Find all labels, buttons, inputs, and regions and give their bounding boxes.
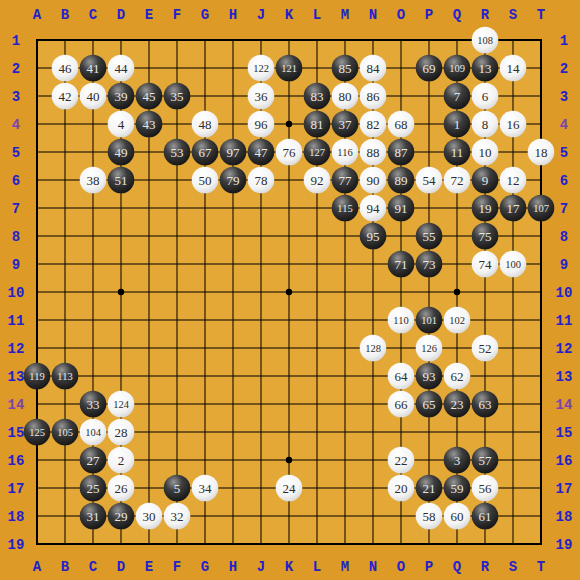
column-label-bottom-F: F <box>173 559 181 575</box>
row-label-right-4: 4 <box>560 117 568 133</box>
stone-P12[interactable]: 126 <box>416 335 443 362</box>
row-label-left-9: 9 <box>12 257 20 273</box>
row-label-right-5: 5 <box>560 145 568 161</box>
move-number: 58 <box>423 509 436 524</box>
stone-Q14[interactable]: 23 <box>444 391 471 418</box>
stone-R12[interactable]: 52 <box>472 335 499 362</box>
stone-G6[interactable]: 50 <box>192 167 219 194</box>
stone-M7[interactable]: 115 <box>332 195 359 222</box>
stone-P13[interactable]: 93 <box>416 363 443 390</box>
move-number: 95 <box>367 229 380 244</box>
move-number: 71 <box>395 257 408 272</box>
stone-K2[interactable]: 121 <box>276 55 303 82</box>
column-label-bottom-T: T <box>537 559 545 575</box>
move-number: 104 <box>85 427 102 438</box>
move-number: 8 <box>482 117 489 132</box>
stone-O5[interactable]: 87 <box>388 139 415 166</box>
column-label-top-G: G <box>201 7 209 23</box>
stone-M6[interactable]: 77 <box>332 167 359 194</box>
move-number: 35 <box>171 89 184 104</box>
stone-L3[interactable]: 83 <box>304 83 331 110</box>
move-number: 55 <box>423 229 436 244</box>
move-number: 89 <box>395 173 408 188</box>
row-label-right-9: 9 <box>560 257 568 273</box>
stone-P18[interactable]: 58 <box>416 503 443 530</box>
move-number: 29 <box>115 509 128 524</box>
move-number: 125 <box>29 427 45 438</box>
stone-S6[interactable]: 12 <box>500 167 527 194</box>
move-number: 127 <box>309 147 325 158</box>
stone-R16[interactable]: 57 <box>472 447 499 474</box>
stone-O7[interactable]: 91 <box>388 195 415 222</box>
stone-J5[interactable]: 47 <box>248 139 275 166</box>
stone-C2[interactable]: 41 <box>80 55 107 82</box>
stone-O13[interactable]: 64 <box>388 363 415 390</box>
move-number: 88 <box>367 145 380 160</box>
stone-N2[interactable]: 84 <box>360 55 387 82</box>
move-number: 92 <box>311 173 324 188</box>
stone-F3[interactable]: 35 <box>164 83 191 110</box>
stone-C16[interactable]: 27 <box>80 447 107 474</box>
stone-M2[interactable]: 85 <box>332 55 359 82</box>
move-number: 81 <box>311 117 324 132</box>
stone-N6[interactable]: 90 <box>360 167 387 194</box>
stone-D15[interactable]: 28 <box>108 419 135 446</box>
move-number: 122 <box>253 63 269 74</box>
column-label-bottom-R: R <box>481 559 490 575</box>
stone-P6[interactable]: 54 <box>416 167 443 194</box>
stone-M3[interactable]: 80 <box>332 83 359 110</box>
stone-O9[interactable]: 71 <box>388 251 415 278</box>
row-label-right-13: 13 <box>556 369 573 385</box>
column-label-top-B: B <box>61 7 70 23</box>
stone-O11[interactable]: 110 <box>388 307 415 334</box>
move-number: 121 <box>281 63 297 74</box>
stone-D17[interactable]: 26 <box>108 475 135 502</box>
stone-Q3[interactable]: 7 <box>444 83 471 110</box>
column-label-bottom-G: G <box>201 559 209 575</box>
row-label-right-15: 15 <box>556 425 573 441</box>
row-label-left-11: 11 <box>8 313 25 329</box>
move-number: 27 <box>87 453 101 468</box>
column-label-top-F: F <box>173 7 181 23</box>
stone-T5[interactable]: 18 <box>528 139 555 166</box>
row-label-right-17: 17 <box>556 481 573 497</box>
stone-D3[interactable]: 39 <box>108 83 135 110</box>
stone-R9[interactable]: 74 <box>472 251 499 278</box>
move-number: 102 <box>449 315 465 326</box>
stone-O4[interactable]: 68 <box>388 111 415 138</box>
move-number: 61 <box>479 509 492 524</box>
row-label-right-16: 16 <box>556 453 573 469</box>
stone-M5[interactable]: 116 <box>332 139 359 166</box>
move-number: 109 <box>449 63 465 74</box>
column-label-top-L: L <box>313 7 321 23</box>
row-label-left-10: 10 <box>8 285 25 301</box>
move-number: 38 <box>87 173 100 188</box>
stone-R3[interactable]: 6 <box>472 83 499 110</box>
stone-R14[interactable]: 63 <box>472 391 499 418</box>
stone-O16[interactable]: 22 <box>388 447 415 474</box>
stone-C17[interactable]: 25 <box>80 475 107 502</box>
move-number: 14 <box>507 61 521 76</box>
move-number: 76 <box>283 145 297 160</box>
stone-G5[interactable]: 67 <box>192 139 219 166</box>
stone-O17[interactable]: 20 <box>388 475 415 502</box>
stone-B13[interactable]: 113 <box>52 363 79 390</box>
column-label-top-H: H <box>229 7 237 23</box>
move-number: 24 <box>283 481 297 496</box>
stone-Q11[interactable]: 102 <box>444 307 471 334</box>
row-label-right-19: 19 <box>556 537 573 553</box>
stone-R1[interactable]: 108 <box>472 27 499 54</box>
star-point-K4 <box>286 121 292 127</box>
move-number: 72 <box>451 173 464 188</box>
move-number: 77 <box>339 173 353 188</box>
stone-Q6[interactable]: 72 <box>444 167 471 194</box>
stone-S4[interactable]: 16 <box>500 111 527 138</box>
stone-Q5[interactable]: 11 <box>444 139 471 166</box>
move-number: 3 <box>454 453 461 468</box>
stone-B15[interactable]: 105 <box>52 419 79 446</box>
move-number: 45 <box>143 89 156 104</box>
stone-P9[interactable]: 73 <box>416 251 443 278</box>
move-number: 85 <box>339 61 352 76</box>
move-number: 47 <box>255 145 269 160</box>
move-number: 34 <box>199 481 213 496</box>
stone-Q4[interactable]: 1 <box>444 111 471 138</box>
stone-M4[interactable]: 37 <box>332 111 359 138</box>
row-label-left-3: 3 <box>12 89 20 105</box>
move-number: 124 <box>113 399 130 410</box>
column-label-bottom-K: K <box>285 559 294 575</box>
stone-N8[interactable]: 95 <box>360 223 387 250</box>
column-label-top-S: S <box>509 7 517 23</box>
move-number: 74 <box>479 257 493 272</box>
stone-P17[interactable]: 21 <box>416 475 443 502</box>
move-number: 33 <box>87 397 100 412</box>
move-number: 42 <box>59 89 72 104</box>
move-number: 93 <box>423 369 436 384</box>
column-label-bottom-C: C <box>89 559 98 575</box>
stone-D18[interactable]: 29 <box>108 503 135 530</box>
stone-H5[interactable]: 97 <box>220 139 247 166</box>
stone-Q18[interactable]: 60 <box>444 503 471 530</box>
stone-E4[interactable]: 43 <box>136 111 163 138</box>
row-label-left-7: 7 <box>12 201 20 217</box>
move-number: 1 <box>454 117 461 132</box>
move-number: 51 <box>115 173 128 188</box>
column-label-top-N: N <box>369 7 377 23</box>
stone-S7[interactable]: 17 <box>500 195 527 222</box>
stone-A15[interactable]: 125 <box>24 419 51 446</box>
move-number: 16 <box>507 117 521 132</box>
move-number: 75 <box>479 229 492 244</box>
move-number: 44 <box>115 61 129 76</box>
stone-D6[interactable]: 51 <box>108 167 135 194</box>
stone-O14[interactable]: 66 <box>388 391 415 418</box>
move-number: 26 <box>115 481 129 496</box>
move-number: 36 <box>255 89 269 104</box>
move-number: 10 <box>479 145 492 160</box>
column-label-top-Q: Q <box>453 7 461 23</box>
move-number: 80 <box>339 89 352 104</box>
move-number: 11 <box>451 145 464 160</box>
stone-C3[interactable]: 40 <box>80 83 107 110</box>
move-number: 79 <box>227 173 240 188</box>
stone-Q13[interactable]: 62 <box>444 363 471 390</box>
column-label-bottom-B: B <box>61 559 70 575</box>
stone-N12[interactable]: 128 <box>360 335 387 362</box>
move-number: 90 <box>367 173 380 188</box>
stone-D4[interactable]: 4 <box>108 111 135 138</box>
move-number: 43 <box>143 117 156 132</box>
move-number: 83 <box>311 89 324 104</box>
move-number: 2 <box>118 453 125 468</box>
move-number: 69 <box>423 61 436 76</box>
row-label-right-14: 14 <box>556 397 573 413</box>
move-number: 28 <box>115 425 128 440</box>
row-label-right-3: 3 <box>560 89 568 105</box>
move-number: 32 <box>171 509 184 524</box>
stone-P11[interactable]: 101 <box>416 307 443 334</box>
stone-J2[interactable]: 122 <box>248 55 275 82</box>
stone-S2[interactable]: 14 <box>500 55 527 82</box>
star-point-D10 <box>118 289 124 295</box>
stone-L4[interactable]: 81 <box>304 111 331 138</box>
column-label-bottom-Q: Q <box>453 559 461 575</box>
move-number: 4 <box>118 117 125 132</box>
stone-D14[interactable]: 124 <box>108 391 135 418</box>
stone-R18[interactable]: 61 <box>472 503 499 530</box>
stone-N5[interactable]: 88 <box>360 139 387 166</box>
stone-F18[interactable]: 32 <box>164 503 191 530</box>
column-label-bottom-H: H <box>229 559 237 575</box>
column-label-top-R: R <box>481 7 490 23</box>
stone-J6[interactable]: 78 <box>248 167 275 194</box>
row-label-right-10: 10 <box>556 285 573 301</box>
move-number: 59 <box>451 481 464 496</box>
stone-A13[interactable]: 119 <box>24 363 51 390</box>
stone-R7[interactable]: 19 <box>472 195 499 222</box>
column-label-top-D: D <box>117 7 125 23</box>
column-label-bottom-E: E <box>145 559 153 575</box>
move-number: 105 <box>57 427 73 438</box>
column-label-top-M: M <box>341 7 349 23</box>
stone-H6[interactable]: 79 <box>220 167 247 194</box>
row-label-left-16: 16 <box>8 453 25 469</box>
column-label-bottom-S: S <box>509 559 517 575</box>
stone-K5[interactable]: 76 <box>276 139 303 166</box>
move-number: 116 <box>337 147 352 158</box>
stone-N7[interactable]: 94 <box>360 195 387 222</box>
move-number: 50 <box>199 173 212 188</box>
row-label-right-6: 6 <box>560 173 568 189</box>
row-label-right-18: 18 <box>556 509 573 525</box>
move-number: 73 <box>423 257 436 272</box>
row-label-left-17: 17 <box>8 481 25 497</box>
move-number: 57 <box>479 453 493 468</box>
stone-J4[interactable]: 96 <box>248 111 275 138</box>
move-number: 126 <box>421 343 437 354</box>
stone-S9[interactable]: 100 <box>500 251 527 278</box>
move-number: 66 <box>395 397 409 412</box>
move-number: 52 <box>479 341 492 356</box>
stone-C15[interactable]: 104 <box>80 419 107 446</box>
move-number: 96 <box>255 117 269 132</box>
stone-N4[interactable]: 82 <box>360 111 387 138</box>
move-number: 39 <box>115 89 128 104</box>
row-label-left-4: 4 <box>12 117 20 133</box>
move-number: 19 <box>479 201 492 216</box>
stone-K17[interactable]: 24 <box>276 475 303 502</box>
column-label-top-P: P <box>425 7 433 23</box>
move-number: 107 <box>533 203 549 214</box>
row-label-left-13: 13 <box>8 369 25 385</box>
row-label-right-1: 1 <box>560 33 568 49</box>
row-label-left-1: 1 <box>12 33 20 49</box>
row-label-left-8: 8 <box>12 229 20 245</box>
column-label-bottom-J: J <box>257 559 265 575</box>
move-number: 128 <box>365 343 381 354</box>
move-number: 113 <box>57 371 72 382</box>
move-number: 37 <box>339 117 353 132</box>
stone-P2[interactable]: 69 <box>416 55 443 82</box>
move-number: 110 <box>393 315 408 326</box>
move-number: 115 <box>337 203 352 214</box>
stone-D5[interactable]: 49 <box>108 139 135 166</box>
stone-D16[interactable]: 2 <box>108 447 135 474</box>
move-number: 63 <box>479 397 492 412</box>
move-number: 22 <box>395 453 408 468</box>
column-label-top-K: K <box>285 7 294 23</box>
move-number: 68 <box>395 117 408 132</box>
move-number: 21 <box>423 481 436 496</box>
move-number: 25 <box>87 481 100 496</box>
move-number: 48 <box>199 117 212 132</box>
star-point-K10 <box>286 289 292 295</box>
column-label-top-A: A <box>33 7 42 23</box>
row-label-left-12: 12 <box>8 341 25 357</box>
move-number: 87 <box>395 145 409 160</box>
row-label-left-18: 18 <box>8 509 25 525</box>
stone-O6[interactable]: 89 <box>388 167 415 194</box>
stone-B2[interactable]: 46 <box>52 55 79 82</box>
stone-L6[interactable]: 92 <box>304 167 331 194</box>
column-label-top-T: T <box>537 7 545 23</box>
move-number: 20 <box>395 481 408 496</box>
column-label-bottom-P: P <box>425 559 433 575</box>
move-number: 18 <box>535 145 548 160</box>
move-number: 54 <box>423 173 437 188</box>
move-number: 9 <box>482 173 489 188</box>
stone-G4[interactable]: 48 <box>192 111 219 138</box>
stone-C6[interactable]: 38 <box>80 167 107 194</box>
stone-D2[interactable]: 44 <box>108 55 135 82</box>
column-label-top-J: J <box>257 7 265 23</box>
move-number: 5 <box>174 481 181 496</box>
row-label-left-19: 19 <box>8 537 25 553</box>
column-label-bottom-O: O <box>397 559 405 575</box>
move-number: 40 <box>87 89 100 104</box>
move-number: 23 <box>451 397 464 412</box>
stone-Q17[interactable]: 59 <box>444 475 471 502</box>
column-label-bottom-A: A <box>33 559 42 575</box>
move-number: 6 <box>482 89 489 104</box>
stone-R5[interactable]: 10 <box>472 139 499 166</box>
move-number: 65 <box>423 397 436 412</box>
row-label-right-11: 11 <box>556 313 573 329</box>
move-number: 46 <box>59 61 73 76</box>
stone-P8[interactable]: 55 <box>416 223 443 250</box>
stone-B3[interactable]: 42 <box>52 83 79 110</box>
move-number: 41 <box>87 61 100 76</box>
move-number: 82 <box>367 117 380 132</box>
row-label-left-5: 5 <box>12 145 20 161</box>
stone-G17[interactable]: 34 <box>192 475 219 502</box>
move-number: 31 <box>87 509 100 524</box>
move-number: 49 <box>115 145 128 160</box>
move-number: 53 <box>171 145 184 160</box>
stone-F17[interactable]: 5 <box>164 475 191 502</box>
go-board-app: AABBCCDDEEFFGGHHJJKKLLMMNNOOPPQQRRSSTT11… <box>0 0 580 580</box>
move-number: 119 <box>29 371 44 382</box>
stone-C14[interactable]: 33 <box>80 391 107 418</box>
column-label-bottom-M: M <box>341 559 349 575</box>
column-label-top-O: O <box>397 7 405 23</box>
move-number: 30 <box>143 509 156 524</box>
row-label-right-2: 2 <box>560 61 568 77</box>
stone-P14[interactable]: 65 <box>416 391 443 418</box>
column-label-bottom-L: L <box>313 559 321 575</box>
move-number: 67 <box>199 145 213 160</box>
stone-Q16[interactable]: 3 <box>444 447 471 474</box>
stone-F5[interactable]: 53 <box>164 139 191 166</box>
move-number: 64 <box>395 369 409 384</box>
row-label-left-2: 2 <box>12 61 20 77</box>
move-number: 17 <box>507 201 521 216</box>
move-number: 56 <box>479 481 493 496</box>
stone-N3[interactable]: 86 <box>360 83 387 110</box>
move-number: 7 <box>454 89 461 104</box>
stone-T7[interactable]: 107 <box>528 195 555 222</box>
move-number: 78 <box>255 173 268 188</box>
stone-E18[interactable]: 30 <box>136 503 163 530</box>
move-number: 13 <box>479 61 492 76</box>
stone-R8[interactable]: 75 <box>472 223 499 250</box>
move-number: 101 <box>421 315 437 326</box>
move-number: 86 <box>367 89 381 104</box>
stone-L5[interactable]: 127 <box>304 139 331 166</box>
stone-Q2[interactable]: 109 <box>444 55 471 82</box>
stone-R6[interactable]: 9 <box>472 167 499 194</box>
row-label-right-8: 8 <box>560 229 568 245</box>
stone-C18[interactable]: 31 <box>80 503 107 530</box>
stone-R17[interactable]: 56 <box>472 475 499 502</box>
stone-R4[interactable]: 8 <box>472 111 499 138</box>
row-label-left-6: 6 <box>12 173 20 189</box>
move-number: 84 <box>367 61 381 76</box>
column-label-bottom-D: D <box>117 559 125 575</box>
stone-R2[interactable]: 13 <box>472 55 499 82</box>
stone-E3[interactable]: 45 <box>136 83 163 110</box>
go-board[interactable]: AABBCCDDEEFFGGHHJJKKLLMMNNOOPPQQRRSSTT11… <box>0 0 580 580</box>
move-number: 108 <box>477 35 493 46</box>
row-label-right-12: 12 <box>556 341 573 357</box>
stone-J3[interactable]: 36 <box>248 83 275 110</box>
column-label-bottom-N: N <box>369 559 377 575</box>
move-number: 100 <box>505 259 521 270</box>
